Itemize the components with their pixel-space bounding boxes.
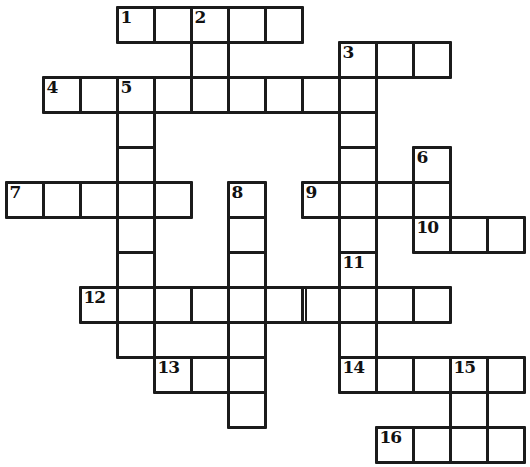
crossword-board: 12345678910111213141516: [6, 7, 524, 462]
cell-r4-c11[interactable]: 6: [412, 146, 452, 184]
clue-number-8: 8: [232, 183, 243, 202]
cell-r8-c8[interactable]: [301, 286, 341, 324]
cell-r9-c9[interactable]: [338, 321, 378, 359]
clue-number-7: 7: [10, 183, 21, 202]
cell-r2-c8[interactable]: [301, 76, 341, 114]
clue-number-15: 15: [454, 358, 476, 377]
cell-r5-c8[interactable]: 9: [301, 181, 341, 219]
cell-r8-c11[interactable]: [412, 286, 452, 324]
cell-r2-c4[interactable]: [153, 76, 193, 114]
clue-number-12: 12: [84, 288, 106, 307]
clue-number-2: 2: [195, 8, 206, 27]
cell-r6-c9[interactable]: [338, 216, 378, 254]
cell-r7-c9[interactable]: 11: [338, 251, 378, 289]
cell-r0-c3[interactable]: 1: [116, 6, 156, 44]
clue-number-1: 1: [121, 8, 132, 27]
cell-r0-c5[interactable]: 2: [190, 6, 230, 44]
cell-r6-c11[interactable]: 10: [412, 216, 452, 254]
clue-number-5: 5: [121, 78, 132, 97]
cell-r8-c10[interactable]: [375, 286, 415, 324]
cell-r12-c12[interactable]: [449, 426, 489, 464]
cell-r1-c5[interactable]: [190, 41, 230, 79]
cell-r2-c9[interactable]: [338, 76, 378, 114]
cell-r10-c4[interactable]: 13: [153, 356, 193, 394]
cell-r11-c12[interactable]: [449, 391, 489, 429]
clue-number-14: 14: [343, 358, 365, 377]
cell-r11-c6[interactable]: [227, 391, 267, 429]
cell-r10-c10[interactable]: [375, 356, 415, 394]
cell-r5-c9[interactable]: [338, 181, 378, 219]
cell-r0-c6[interactable]: [227, 6, 267, 44]
cell-r10-c11[interactable]: [412, 356, 452, 394]
cell-r5-c2[interactable]: [79, 181, 119, 219]
cell-r10-c12[interactable]: 15: [449, 356, 489, 394]
page: { "game": "crossword", "board": { "rows"…: [0, 0, 530, 467]
clue-number-11: 11: [343, 253, 365, 272]
cell-r2-c6[interactable]: [227, 76, 267, 114]
cell-r0-c4[interactable]: [153, 6, 193, 44]
cell-r2-c7[interactable]: [264, 76, 304, 114]
cell-r5-c11[interactable]: [412, 181, 452, 219]
cell-r9-c6[interactable]: [227, 321, 267, 359]
cell-r1-c9[interactable]: 3: [338, 41, 378, 79]
cell-r2-c1[interactable]: 4: [42, 76, 82, 114]
clue-number-3: 3: [343, 43, 354, 62]
cell-r12-c13[interactable]: [486, 426, 526, 464]
clue-number-4: 4: [47, 78, 58, 97]
cell-r10-c9[interactable]: 14: [338, 356, 378, 394]
cell-r5-c1[interactable]: [42, 181, 82, 219]
cell-r8-c5[interactable]: [190, 286, 230, 324]
cell-r8-c3[interactable]: [116, 286, 156, 324]
cell-r8-c6[interactable]: [227, 286, 267, 324]
clue-number-10: 10: [417, 218, 439, 237]
cell-r5-c10[interactable]: [375, 181, 415, 219]
cell-r10-c6[interactable]: [227, 356, 267, 394]
cell-r10-c5[interactable]: [190, 356, 230, 394]
cell-r5-c6[interactable]: 8: [227, 181, 267, 219]
cell-r6-c12[interactable]: [449, 216, 489, 254]
cell-r1-c11[interactable]: [412, 41, 452, 79]
clue-number-16: 16: [380, 428, 402, 447]
cell-r5-c4[interactable]: [153, 181, 193, 219]
cell-r2-c3[interactable]: 5: [116, 76, 156, 114]
cell-r9-c3[interactable]: [116, 321, 156, 359]
cell-r3-c3[interactable]: [116, 111, 156, 149]
clue-number-13: 13: [158, 358, 180, 377]
cell-r2-c2[interactable]: [79, 76, 119, 114]
cell-r6-c13[interactable]: [486, 216, 526, 254]
clue-number-9: 9: [306, 183, 317, 202]
clue-number-6: 6: [417, 148, 428, 167]
cell-r5-c3[interactable]: [116, 181, 156, 219]
cell-r1-c10[interactable]: [375, 41, 415, 79]
cell-r7-c3[interactable]: [116, 251, 156, 289]
cell-r5-c0[interactable]: 7: [5, 181, 45, 219]
cell-r8-c2[interactable]: 12: [79, 286, 119, 324]
cell-r2-c5[interactable]: [190, 76, 230, 114]
cell-r3-c9[interactable]: [338, 111, 378, 149]
cell-r0-c7[interactable]: [264, 6, 304, 44]
cell-r12-c11[interactable]: [412, 426, 452, 464]
cell-r4-c9[interactable]: [338, 146, 378, 184]
cell-r8-c9[interactable]: [338, 286, 378, 324]
cell-r10-c13[interactable]: [486, 356, 526, 394]
cell-r12-c10[interactable]: 16: [375, 426, 415, 464]
cell-r8-c7[interactable]: [264, 286, 304, 324]
cell-r6-c6[interactable]: [227, 216, 267, 254]
cell-r8-c4[interactable]: [153, 286, 193, 324]
cell-r6-c3[interactable]: [116, 216, 156, 254]
cell-r4-c3[interactable]: [116, 146, 156, 184]
cell-r7-c6[interactable]: [227, 251, 267, 289]
